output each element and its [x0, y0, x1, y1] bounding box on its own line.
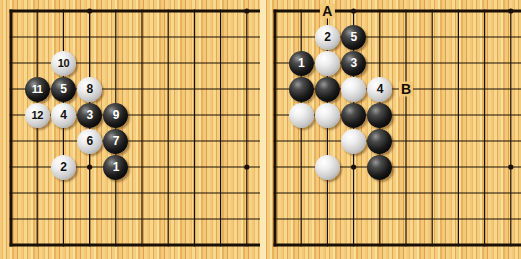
go-diagram-pair: 101158124396721 25134AB: [0, 0, 521, 259]
move-number: 8: [87, 82, 93, 96]
move-number: 5: [60, 82, 66, 96]
stone-white-12: 12: [25, 103, 50, 128]
stone-black-3: 3: [77, 103, 102, 128]
move-number: 11: [32, 83, 43, 95]
move-number: 4: [377, 82, 383, 96]
point-label-B: B: [399, 82, 413, 97]
stone-white-6: 6: [77, 129, 102, 154]
stone-white: [315, 51, 340, 76]
move-number: 6: [87, 134, 93, 148]
stone-black-1: 1: [289, 51, 314, 76]
stone-black-11: 11: [25, 77, 50, 102]
stone-white: [341, 129, 366, 154]
stone-black-5: 5: [51, 77, 76, 102]
stone-white-2: 2: [51, 155, 76, 180]
move-number: 1: [298, 56, 304, 70]
move-number: 4: [60, 108, 66, 122]
stone-black-5: 5: [341, 25, 366, 50]
move-number: 10: [58, 57, 69, 69]
stone-white-2: 2: [315, 25, 340, 50]
stone-white: [315, 155, 340, 180]
move-number: 2: [60, 160, 66, 174]
stone-white: [341, 77, 366, 102]
stone-black-9: 9: [103, 103, 128, 128]
stone-black: [367, 155, 392, 180]
move-number: 9: [113, 108, 119, 122]
move-number: 12: [32, 109, 43, 121]
move-number: 7: [113, 134, 119, 148]
left-diagram: 101158124396721: [0, 0, 260, 259]
move-number: 3: [87, 108, 93, 122]
stones-layer: 25134AB: [260, 0, 521, 259]
stone-black-7: 7: [103, 129, 128, 154]
stone-black-1: 1: [103, 155, 128, 180]
stone-black: [367, 129, 392, 154]
stones-layer: 101158124396721: [0, 0, 260, 259]
stone-white-8: 8: [77, 77, 102, 102]
stone-white: [315, 103, 340, 128]
move-number: 2: [324, 30, 330, 44]
stone-white-10: 10: [51, 51, 76, 76]
stone-black: [341, 103, 366, 128]
move-number: 3: [351, 56, 357, 70]
stone-white: [289, 103, 314, 128]
stone-black-3: 3: [341, 51, 366, 76]
stone-black: [315, 77, 340, 102]
stone-black: [367, 103, 392, 128]
stone-white-4: 4: [367, 77, 392, 102]
stone-black: [289, 77, 314, 102]
point-label-A: A: [320, 4, 334, 19]
stone-white-4: 4: [51, 103, 76, 128]
move-number: 5: [351, 30, 357, 44]
right-diagram: 25134AB: [260, 0, 521, 259]
move-number: 1: [113, 160, 119, 174]
